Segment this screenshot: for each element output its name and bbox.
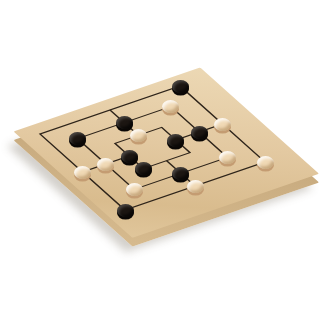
product-photo	[0, 0, 320, 320]
piece-black-f4[interactable]	[172, 167, 189, 180]
point-a4[interactable]	[103, 105, 117, 115]
piece-light-g4[interactable]	[187, 180, 204, 193]
piece-light-g7[interactable]	[257, 156, 274, 169]
piece-light-d2[interactable]	[97, 158, 114, 171]
point-c3[interactable]	[108, 138, 122, 148]
piece-light-d1[interactable]	[74, 166, 91, 179]
piece-black-b2[interactable]	[69, 132, 86, 145]
piece-black-d6[interactable]	[191, 126, 208, 139]
piece-black-a7[interactable]	[172, 80, 189, 93]
point-c5[interactable]	[155, 122, 169, 132]
pieces-layer	[0, 0, 320, 320]
piece-light-d7[interactable]	[214, 118, 231, 131]
point-e5[interactable]	[183, 148, 197, 158]
piece-light-c4[interactable]	[130, 129, 147, 142]
point-e4[interactable]	[160, 156, 174, 166]
piece-light-f2[interactable]	[126, 183, 143, 196]
piece-black-d3[interactable]	[121, 150, 138, 163]
piece-black-b4[interactable]	[116, 116, 133, 129]
piece-black-g1[interactable]	[117, 204, 134, 217]
piece-black-e3[interactable]	[135, 162, 152, 175]
piece-light-b6[interactable]	[162, 100, 179, 113]
piece-black-d5[interactable]	[167, 134, 184, 147]
piece-light-f6[interactable]	[219, 151, 236, 164]
point-a1[interactable]	[33, 129, 47, 139]
